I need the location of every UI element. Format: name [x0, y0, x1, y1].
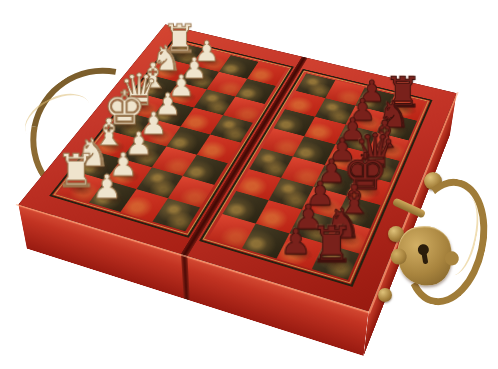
- square-f4: [183, 154, 228, 184]
- product-photo-scene: ♜♞♝♛♚♝♞♜♟♟♟♟♟♟♟♟♟♟♟♟♟♟♟♟♜♞♝♛♚♝♞♜: [0, 0, 498, 369]
- pawn-piece-icon: ♟: [69, 170, 146, 203]
- square-h5: [208, 213, 256, 247]
- keyhole-icon: [417, 243, 430, 256]
- front-hinge-seam: [181, 254, 190, 300]
- square-d5: [262, 128, 305, 156]
- square-d4: [210, 115, 253, 142]
- latch-mount-rosette-icon: [378, 288, 392, 302]
- square-g4: [168, 175, 214, 207]
- square-f5: [236, 169, 281, 200]
- square-h4: [153, 198, 201, 231]
- perspective-stage: ♜♞♝♛♚♝♞♜♟♟♟♟♟♟♟♟♟♟♟♟♟♟♟♟♜♞♝♛♚♝♞♜: [0, 0, 498, 369]
- square-e5: [249, 148, 293, 178]
- rook-piece-icon: ♜: [290, 220, 373, 270]
- square-g5: [222, 190, 268, 223]
- brass-latch: [382, 170, 496, 324]
- square-e4: [197, 134, 241, 163]
